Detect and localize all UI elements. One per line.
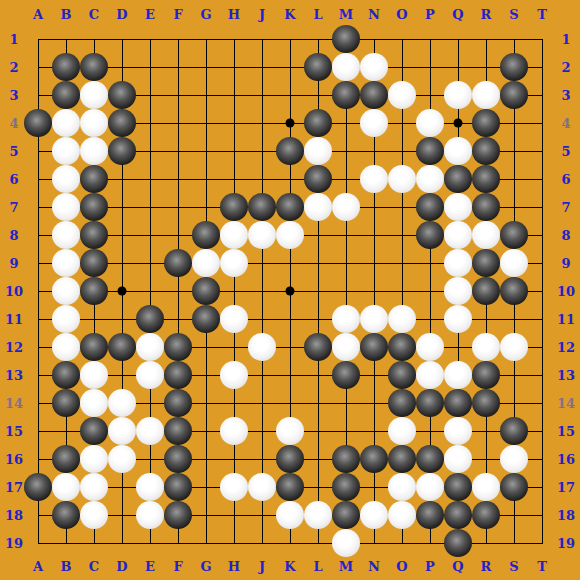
- col-label-bottom-S: S: [509, 559, 518, 574]
- stone-white-L18: [304, 501, 332, 529]
- stone-black-A17: [24, 473, 52, 501]
- stone-white-B17: [52, 473, 80, 501]
- stone-white-Q3: [444, 81, 472, 109]
- stone-black-R6: [472, 165, 500, 193]
- col-label-top-P: P: [425, 7, 435, 22]
- row-label-left-17: 17: [5, 480, 23, 495]
- stone-black-R4: [472, 109, 500, 137]
- stone-black-B18: [52, 501, 80, 529]
- col-label-bottom-C: C: [89, 559, 99, 574]
- col-label-bottom-T: T: [537, 559, 547, 574]
- row-label-left-4: 4: [9, 116, 18, 131]
- stone-black-F18: [164, 501, 192, 529]
- col-label-bottom-O: O: [396, 559, 407, 574]
- row-label-left-10: 10: [5, 284, 23, 299]
- row-label-right-17: 17: [557, 480, 575, 495]
- stone-white-B10: [52, 277, 80, 305]
- stone-white-Q10: [444, 277, 472, 305]
- col-label-bottom-A: A: [33, 559, 43, 574]
- stone-white-E13: [136, 361, 164, 389]
- stone-white-N4: [360, 109, 388, 137]
- stone-black-O14: [388, 389, 416, 417]
- stone-black-Q17: [444, 473, 472, 501]
- stone-black-F12: [164, 333, 192, 361]
- stone-white-O18: [388, 501, 416, 529]
- col-label-bottom-E: E: [145, 559, 155, 574]
- row-label-right-14: 14: [557, 396, 575, 411]
- row-label-left-6: 6: [9, 172, 18, 187]
- stone-white-C4: [80, 109, 108, 137]
- stone-white-K8: [276, 221, 304, 249]
- stone-black-D5: [108, 137, 136, 165]
- stone-white-K18: [276, 501, 304, 529]
- stone-white-J12: [248, 333, 276, 361]
- row-label-right-6: 6: [561, 172, 570, 187]
- stone-black-D12: [108, 333, 136, 361]
- star-point-Q4: [454, 119, 463, 128]
- col-label-top-F: F: [173, 7, 182, 22]
- col-label-bottom-K: K: [284, 559, 295, 574]
- row-label-left-14: 14: [5, 396, 23, 411]
- col-label-bottom-F: F: [173, 559, 182, 574]
- stone-black-F17: [164, 473, 192, 501]
- row-label-left-7: 7: [9, 200, 18, 215]
- row-label-right-7: 7: [561, 200, 570, 215]
- stone-black-M3: [332, 81, 360, 109]
- stone-black-E11: [136, 305, 164, 333]
- stone-black-M17: [332, 473, 360, 501]
- stone-black-M18: [332, 501, 360, 529]
- stone-white-H8: [220, 221, 248, 249]
- stone-white-B9: [52, 249, 80, 277]
- stone-black-S10: [500, 277, 528, 305]
- row-label-right-1: 1: [561, 32, 570, 47]
- col-label-top-N: N: [368, 7, 380, 22]
- stone-black-B2: [52, 53, 80, 81]
- stone-white-G9: [192, 249, 220, 277]
- stone-black-P14: [416, 389, 444, 417]
- star-point-D10: [118, 287, 127, 296]
- stone-white-M7: [332, 193, 360, 221]
- stone-black-B16: [52, 445, 80, 473]
- stone-white-B6: [52, 165, 80, 193]
- col-label-top-S: S: [509, 7, 518, 22]
- stone-white-C18: [80, 501, 108, 529]
- stone-black-F15: [164, 417, 192, 445]
- stone-black-M13: [332, 361, 360, 389]
- stone-black-L2: [304, 53, 332, 81]
- row-label-right-12: 12: [557, 340, 575, 355]
- stone-white-C13: [80, 361, 108, 389]
- row-label-left-13: 13: [5, 368, 23, 383]
- stone-white-C3: [80, 81, 108, 109]
- col-label-top-E: E: [145, 7, 155, 22]
- stone-black-R18: [472, 501, 500, 529]
- stone-white-Q9: [444, 249, 472, 277]
- stone-white-N6: [360, 165, 388, 193]
- stone-black-L6: [304, 165, 332, 193]
- col-label-top-K: K: [284, 7, 295, 22]
- stone-black-G10: [192, 277, 220, 305]
- stone-black-C12: [80, 333, 108, 361]
- stone-white-M12: [332, 333, 360, 361]
- col-label-top-Q: Q: [452, 7, 463, 22]
- stone-black-F14: [164, 389, 192, 417]
- stone-white-S9: [500, 249, 528, 277]
- stone-black-N16: [360, 445, 388, 473]
- col-label-top-H: H: [228, 7, 240, 22]
- stone-white-P12: [416, 333, 444, 361]
- stone-white-R3: [472, 81, 500, 109]
- col-label-top-A: A: [33, 7, 43, 22]
- stone-black-C8: [80, 221, 108, 249]
- row-label-left-11: 11: [5, 312, 23, 327]
- stone-black-Q14: [444, 389, 472, 417]
- stone-white-R12: [472, 333, 500, 361]
- stone-black-O12: [388, 333, 416, 361]
- stone-black-G8: [192, 221, 220, 249]
- stone-black-N3: [360, 81, 388, 109]
- stone-white-K15: [276, 417, 304, 445]
- col-label-bottom-G: G: [200, 559, 211, 574]
- stone-black-N12: [360, 333, 388, 361]
- stone-black-G11: [192, 305, 220, 333]
- stone-white-S12: [500, 333, 528, 361]
- row-label-left-15: 15: [5, 424, 23, 439]
- stone-white-Q13: [444, 361, 472, 389]
- row-label-left-5: 5: [9, 144, 18, 159]
- stone-black-C9: [80, 249, 108, 277]
- stone-black-K5: [276, 137, 304, 165]
- grid-line-vertical: [542, 39, 543, 544]
- stone-white-E18: [136, 501, 164, 529]
- stone-white-O11: [388, 305, 416, 333]
- stone-black-C10: [80, 277, 108, 305]
- row-label-right-13: 13: [557, 368, 575, 383]
- stone-white-C14: [80, 389, 108, 417]
- stone-black-R7: [472, 193, 500, 221]
- stone-black-K16: [276, 445, 304, 473]
- col-label-bottom-J: J: [259, 559, 265, 574]
- stone-black-H7: [220, 193, 248, 221]
- stone-white-M19: [332, 529, 360, 557]
- row-label-right-8: 8: [561, 228, 570, 243]
- star-point-K4: [286, 119, 295, 128]
- stone-white-N18: [360, 501, 388, 529]
- stone-white-D14: [108, 389, 136, 417]
- stone-white-D15: [108, 417, 136, 445]
- stone-white-P13: [416, 361, 444, 389]
- stone-black-Q6: [444, 165, 472, 193]
- stone-white-H13: [220, 361, 248, 389]
- stone-black-L4: [304, 109, 332, 137]
- stone-white-J8: [248, 221, 276, 249]
- stone-white-Q8: [444, 221, 472, 249]
- col-label-top-G: G: [200, 7, 211, 22]
- row-label-left-8: 8: [9, 228, 18, 243]
- stone-black-P16: [416, 445, 444, 473]
- stone-black-S8: [500, 221, 528, 249]
- row-label-left-2: 2: [9, 60, 18, 75]
- stone-black-K7: [276, 193, 304, 221]
- row-label-left-12: 12: [5, 340, 23, 355]
- row-label-right-18: 18: [557, 508, 575, 523]
- col-label-top-J: J: [259, 7, 265, 22]
- stone-white-H11: [220, 305, 248, 333]
- stone-black-M16: [332, 445, 360, 473]
- row-label-right-9: 9: [561, 256, 570, 271]
- stone-white-O3: [388, 81, 416, 109]
- stone-black-C6: [80, 165, 108, 193]
- stone-black-C15: [80, 417, 108, 445]
- row-label-right-19: 19: [557, 536, 575, 551]
- col-label-top-L: L: [313, 7, 322, 22]
- stone-white-B8: [52, 221, 80, 249]
- row-label-left-16: 16: [5, 452, 23, 467]
- go-board[interactable]: AABBCCDDEEFFGGHHJJKKLLMMNNOOPPQQRRSSTT11…: [0, 0, 580, 580]
- stone-white-Q7: [444, 193, 472, 221]
- stone-black-S15: [500, 417, 528, 445]
- col-label-bottom-R: R: [481, 559, 492, 574]
- row-label-right-2: 2: [561, 60, 570, 75]
- stone-black-P5: [416, 137, 444, 165]
- stone-white-Q16: [444, 445, 472, 473]
- stone-black-F13: [164, 361, 192, 389]
- row-label-left-9: 9: [9, 256, 18, 271]
- stone-black-B3: [52, 81, 80, 109]
- col-label-bottom-D: D: [116, 559, 127, 574]
- stone-black-O13: [388, 361, 416, 389]
- stone-black-S17: [500, 473, 528, 501]
- stone-white-H9: [220, 249, 248, 277]
- col-label-top-R: R: [481, 7, 492, 22]
- col-label-bottom-N: N: [368, 559, 380, 574]
- row-label-left-3: 3: [9, 88, 18, 103]
- stone-white-C16: [80, 445, 108, 473]
- stone-white-L5: [304, 137, 332, 165]
- stone-black-Q18: [444, 501, 472, 529]
- stone-white-O6: [388, 165, 416, 193]
- stone-white-N2: [360, 53, 388, 81]
- row-label-right-4: 4: [561, 116, 570, 131]
- stone-white-Q11: [444, 305, 472, 333]
- stone-white-P6: [416, 165, 444, 193]
- stone-white-M11: [332, 305, 360, 333]
- stone-white-L7: [304, 193, 332, 221]
- stone-white-B11: [52, 305, 80, 333]
- stone-white-P17: [416, 473, 444, 501]
- stone-white-D16: [108, 445, 136, 473]
- stone-white-E17: [136, 473, 164, 501]
- row-label-right-10: 10: [557, 284, 575, 299]
- stone-black-O16: [388, 445, 416, 473]
- star-point-K10: [286, 287, 295, 296]
- col-label-top-T: T: [537, 7, 547, 22]
- stone-black-P18: [416, 501, 444, 529]
- stone-black-R14: [472, 389, 500, 417]
- stone-white-O17: [388, 473, 416, 501]
- stone-white-N11: [360, 305, 388, 333]
- col-label-bottom-B: B: [61, 559, 72, 574]
- col-label-bottom-H: H: [228, 559, 240, 574]
- stone-black-R5: [472, 137, 500, 165]
- stone-black-C2: [80, 53, 108, 81]
- stone-black-F16: [164, 445, 192, 473]
- stone-white-H17: [220, 473, 248, 501]
- stone-black-S3: [500, 81, 528, 109]
- stone-white-B4: [52, 109, 80, 137]
- stone-black-B14: [52, 389, 80, 417]
- col-label-top-M: M: [339, 7, 353, 22]
- stone-white-P4: [416, 109, 444, 137]
- stone-white-S16: [500, 445, 528, 473]
- stone-black-C7: [80, 193, 108, 221]
- stone-black-M1: [332, 25, 360, 53]
- stone-white-B7: [52, 193, 80, 221]
- stone-white-B12: [52, 333, 80, 361]
- row-label-right-3: 3: [561, 88, 570, 103]
- stone-black-A4: [24, 109, 52, 137]
- stone-black-Q19: [444, 529, 472, 557]
- col-label-bottom-M: M: [339, 559, 353, 574]
- col-label-bottom-Q: Q: [452, 559, 463, 574]
- stone-black-R10: [472, 277, 500, 305]
- stone-white-B5: [52, 137, 80, 165]
- stone-black-S2: [500, 53, 528, 81]
- stone-black-D3: [108, 81, 136, 109]
- row-label-left-19: 19: [5, 536, 23, 551]
- stone-black-B13: [52, 361, 80, 389]
- col-label-top-D: D: [116, 7, 127, 22]
- stone-white-C5: [80, 137, 108, 165]
- row-label-right-11: 11: [557, 312, 575, 327]
- stone-black-K17: [276, 473, 304, 501]
- stone-white-O15: [388, 417, 416, 445]
- col-label-top-C: C: [89, 7, 99, 22]
- stone-white-R17: [472, 473, 500, 501]
- row-label-right-5: 5: [561, 144, 570, 159]
- stone-white-R8: [472, 221, 500, 249]
- row-label-right-16: 16: [557, 452, 575, 467]
- stone-black-R9: [472, 249, 500, 277]
- stone-black-P7: [416, 193, 444, 221]
- stone-white-Q5: [444, 137, 472, 165]
- stone-white-C17: [80, 473, 108, 501]
- stone-black-F9: [164, 249, 192, 277]
- stone-black-L12: [304, 333, 332, 361]
- stone-white-E12: [136, 333, 164, 361]
- stone-white-H15: [220, 417, 248, 445]
- stone-black-J7: [248, 193, 276, 221]
- stone-black-D4: [108, 109, 136, 137]
- row-label-right-15: 15: [557, 424, 575, 439]
- stone-white-E15: [136, 417, 164, 445]
- stone-black-R13: [472, 361, 500, 389]
- stone-white-M2: [332, 53, 360, 81]
- row-label-left-18: 18: [5, 508, 23, 523]
- stone-white-Q15: [444, 417, 472, 445]
- col-label-top-O: O: [396, 7, 407, 22]
- col-label-top-B: B: [61, 7, 72, 22]
- stone-white-J17: [248, 473, 276, 501]
- col-label-bottom-L: L: [313, 559, 322, 574]
- stone-black-P8: [416, 221, 444, 249]
- row-label-left-1: 1: [9, 32, 18, 47]
- col-label-bottom-P: P: [425, 559, 435, 574]
